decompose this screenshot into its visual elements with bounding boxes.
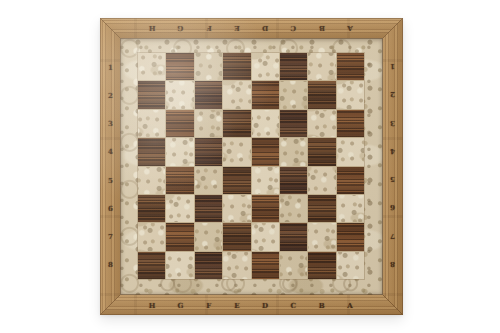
- square-e4[interactable]: [223, 138, 250, 165]
- square-a5[interactable]: [337, 167, 364, 194]
- square-e8[interactable]: [223, 252, 250, 279]
- square-c6[interactable]: [280, 195, 307, 222]
- square-d6[interactable]: [252, 195, 279, 222]
- square-d5[interactable]: [252, 167, 279, 194]
- square-a6[interactable]: [337, 195, 364, 222]
- frame-rail-right: [383, 18, 403, 315]
- square-f5[interactable]: [195, 167, 222, 194]
- square-h6[interactable]: [138, 195, 165, 222]
- square-h7[interactable]: [138, 223, 165, 250]
- square-d2[interactable]: [252, 81, 279, 108]
- square-c1[interactable]: [280, 53, 307, 80]
- square-f4[interactable]: [195, 138, 222, 165]
- square-a1[interactable]: [337, 53, 364, 80]
- square-c2[interactable]: [280, 81, 307, 108]
- square-g7[interactable]: [166, 223, 193, 250]
- square-g1[interactable]: [166, 53, 193, 80]
- square-f7[interactable]: [195, 223, 222, 250]
- square-b6[interactable]: [308, 195, 335, 222]
- square-g3[interactable]: [166, 110, 193, 137]
- frame-rail-top: [100, 18, 403, 38]
- square-g2[interactable]: [166, 81, 193, 108]
- square-d1[interactable]: [252, 53, 279, 80]
- square-d8[interactable]: [252, 252, 279, 279]
- square-a4[interactable]: [337, 138, 364, 165]
- square-f1[interactable]: [195, 53, 222, 80]
- square-e2[interactable]: [223, 81, 250, 108]
- square-h1[interactable]: [138, 53, 165, 80]
- square-e7[interactable]: [223, 223, 250, 250]
- square-a8[interactable]: [337, 252, 364, 279]
- square-d3[interactable]: [252, 110, 279, 137]
- square-f6[interactable]: [195, 195, 222, 222]
- square-b4[interactable]: [308, 138, 335, 165]
- square-h2[interactable]: [138, 81, 165, 108]
- square-d4[interactable]: [252, 138, 279, 165]
- square-b3[interactable]: [308, 110, 335, 137]
- square-f8[interactable]: [195, 252, 222, 279]
- square-e6[interactable]: [223, 195, 250, 222]
- square-b5[interactable]: [308, 167, 335, 194]
- square-b8[interactable]: [308, 252, 335, 279]
- square-b1[interactable]: [308, 53, 335, 80]
- square-g8[interactable]: [166, 252, 193, 279]
- square-g6[interactable]: [166, 195, 193, 222]
- square-c8[interactable]: [280, 252, 307, 279]
- square-e5[interactable]: [223, 167, 250, 194]
- frame-rail-left: [100, 18, 120, 315]
- square-h4[interactable]: [138, 138, 165, 165]
- square-d7[interactable]: [252, 223, 279, 250]
- square-b7[interactable]: [308, 223, 335, 250]
- square-a3[interactable]: [337, 110, 364, 137]
- square-g5[interactable]: [166, 167, 193, 194]
- square-e3[interactable]: [223, 110, 250, 137]
- square-b2[interactable]: [308, 81, 335, 108]
- square-c3[interactable]: [280, 110, 307, 137]
- frame-rail-bottom: [100, 295, 403, 315]
- square-a7[interactable]: [337, 223, 364, 250]
- square-a2[interactable]: [337, 81, 364, 108]
- square-g4[interactable]: [166, 138, 193, 165]
- square-f3[interactable]: [195, 110, 222, 137]
- square-f2[interactable]: [195, 81, 222, 108]
- board-photo: HGFEDCBA HGFEDCBA 12345678 12345678: [0, 0, 500, 333]
- square-c7[interactable]: [280, 223, 307, 250]
- square-h5[interactable]: [138, 167, 165, 194]
- square-c5[interactable]: [280, 167, 307, 194]
- chess-grid: [138, 53, 364, 279]
- square-h8[interactable]: [138, 252, 165, 279]
- chess-board: HGFEDCBA HGFEDCBA 12345678 12345678: [100, 18, 403, 315]
- square-c4[interactable]: [280, 138, 307, 165]
- square-h3[interactable]: [138, 110, 165, 137]
- square-e1[interactable]: [223, 53, 250, 80]
